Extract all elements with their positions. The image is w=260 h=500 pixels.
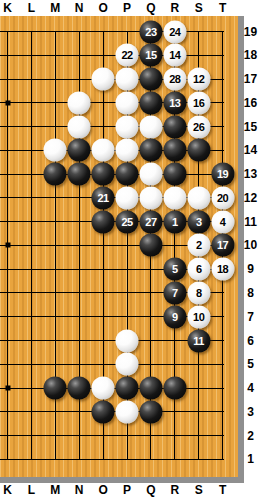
- row-label-9: 9: [247, 262, 254, 276]
- stone-T13: 19: [211, 163, 234, 186]
- column-label-top-L: L: [28, 1, 35, 15]
- stone-O14: [92, 139, 115, 162]
- column-label-top-R: R: [170, 1, 179, 15]
- column-label-bottom-M: M: [50, 483, 60, 497]
- column-label-bottom-P: P: [123, 483, 131, 497]
- column-label-top-P: P: [123, 1, 131, 15]
- row-label-17: 17: [244, 72, 257, 86]
- stone-S17: 12: [187, 68, 210, 91]
- grid-line-horizontal: [0, 459, 224, 460]
- stone-O13: [92, 163, 115, 186]
- stone-Q14: [139, 139, 162, 162]
- stone-P4: [116, 377, 139, 400]
- row-label-10: 10: [244, 238, 257, 252]
- stone-R4: [163, 377, 186, 400]
- column-label-bottom-S: S: [195, 483, 203, 497]
- row-label-7: 7: [247, 310, 254, 324]
- row-label-14: 14: [244, 143, 257, 157]
- stone-T9: 18: [211, 258, 234, 281]
- stone-S7: 10: [187, 305, 210, 328]
- star-point-K10: [5, 243, 10, 248]
- row-label-5: 5: [247, 357, 254, 371]
- stone-R19: 24: [163, 20, 186, 43]
- stone-P15: [116, 115, 139, 138]
- column-label-top-S: S: [195, 1, 203, 15]
- stone-R15: [163, 115, 186, 138]
- column-label-bottom-O: O: [98, 483, 107, 497]
- grid-line-horizontal: [0, 435, 224, 436]
- column-label-bottom-R: R: [170, 483, 179, 497]
- stone-O3: [92, 400, 115, 423]
- stone-P18: 22: [116, 44, 139, 67]
- stone-M13: [44, 163, 67, 186]
- stone-R17: 28: [163, 68, 186, 91]
- stone-R7: 9: [163, 305, 186, 328]
- column-label-bottom-T: T: [219, 483, 226, 497]
- stone-Q12: [139, 186, 162, 209]
- stone-R18: 14: [163, 44, 186, 67]
- stone-Q17: [139, 68, 162, 91]
- stone-R9: 5: [163, 258, 186, 281]
- row-label-8: 8: [247, 286, 254, 300]
- column-label-top-O: O: [98, 1, 107, 15]
- stone-Q16: [139, 91, 162, 114]
- row-label-11: 11: [244, 215, 257, 229]
- board-shadow-bottom: [0, 477, 244, 483]
- star-point-K4: [5, 386, 10, 391]
- stone-S16: 16: [187, 91, 210, 114]
- stone-R11: 1: [163, 210, 186, 233]
- stone-S15: 26: [187, 115, 210, 138]
- grid-line-horizontal: [0, 31, 224, 32]
- stone-R16: 13: [163, 91, 186, 114]
- row-label-3: 3: [247, 405, 254, 419]
- stone-S9: 6: [187, 258, 210, 281]
- stone-P3: [116, 400, 139, 423]
- stone-Q18: 15: [139, 44, 162, 67]
- stone-Q13: [139, 163, 162, 186]
- stone-S11: 3: [187, 210, 210, 233]
- column-label-top-M: M: [50, 1, 60, 15]
- stone-P16: [116, 91, 139, 114]
- stone-P6: [116, 329, 139, 352]
- stone-N13: [68, 163, 91, 186]
- row-label-6: 6: [247, 334, 254, 348]
- row-label-2: 2: [247, 429, 254, 443]
- board-shadow-right: [238, 16, 244, 483]
- stone-S14: [187, 139, 210, 162]
- row-label-13: 13: [244, 167, 257, 181]
- stone-Q10: [139, 234, 162, 257]
- stone-P14: [116, 139, 139, 162]
- row-label-15: 15: [244, 120, 257, 134]
- stone-R14: [163, 139, 186, 162]
- column-label-top-Q: Q: [146, 1, 155, 15]
- stone-N16: [68, 91, 91, 114]
- star-point-K16: [5, 100, 10, 105]
- stone-Q11: 27: [139, 210, 162, 233]
- column-label-bottom-L: L: [28, 483, 35, 497]
- row-label-12: 12: [244, 191, 257, 205]
- stone-N14: [68, 139, 91, 162]
- column-label-top-T: T: [219, 1, 226, 15]
- stone-Q4: [139, 377, 162, 400]
- column-label-top-N: N: [75, 1, 84, 15]
- stone-P5: [116, 353, 139, 376]
- row-label-4: 4: [247, 381, 254, 395]
- stone-S8: 8: [187, 281, 210, 304]
- go-move-diagram: 2324221514281213162619212025271342175618…: [0, 0, 260, 500]
- grid-line-vertical: [31, 32, 32, 461]
- row-label-19: 19: [244, 25, 257, 39]
- column-label-bottom-N: N: [75, 483, 84, 497]
- grid-line-horizontal: [0, 364, 224, 365]
- row-label-1: 1: [247, 452, 254, 466]
- stone-P11: 25: [116, 210, 139, 233]
- stone-N15: [68, 115, 91, 138]
- stone-T10: 17: [211, 234, 234, 257]
- stone-M14: [44, 139, 67, 162]
- stone-Q3: [139, 400, 162, 423]
- stone-Q19: 23: [139, 20, 162, 43]
- stone-O11: [92, 210, 115, 233]
- row-label-16: 16: [244, 96, 257, 110]
- stone-P13: [116, 163, 139, 186]
- stone-S12: [187, 186, 210, 209]
- stone-R12: [163, 186, 186, 209]
- row-label-18: 18: [244, 48, 257, 62]
- stone-R8: 7: [163, 281, 186, 304]
- stone-P12: [116, 186, 139, 209]
- stone-O17: [92, 68, 115, 91]
- stone-R13: [163, 163, 186, 186]
- stone-N4: [68, 377, 91, 400]
- grid-line-horizontal: [0, 55, 224, 56]
- stone-M4: [44, 377, 67, 400]
- stone-O12: 21: [92, 186, 115, 209]
- column-label-top-K: K: [3, 1, 12, 15]
- column-label-bottom-K: K: [3, 483, 12, 497]
- stone-P17: [116, 68, 139, 91]
- stone-O4: [92, 377, 115, 400]
- stone-S6: 11: [187, 329, 210, 352]
- stone-Q15: [139, 115, 162, 138]
- stone-S10: 2: [187, 234, 210, 257]
- column-label-bottom-Q: Q: [146, 483, 155, 497]
- stone-T11: 4: [211, 210, 234, 233]
- stone-T12: 20: [211, 186, 234, 209]
